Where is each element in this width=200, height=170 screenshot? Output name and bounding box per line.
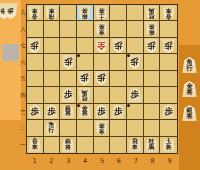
- piece-silver[interactable]: 銀 将: [145, 22, 158, 36]
- file-labels: 123456789: [26, 157, 178, 165]
- sq-f6-r5[interactable]: [110, 71, 127, 87]
- shogi-app: 歩歩 角 行金 将銀 将 九八七六五四三二一 香 車飛 車銀 将王 将桂 馬香 …: [0, 0, 200, 170]
- file-label: 4: [77, 157, 94, 165]
- file-label: 2: [43, 157, 60, 165]
- sq-f1-r8[interactable]: [27, 21, 44, 37]
- sq-f1-r3[interactable]: 歩: [27, 104, 44, 120]
- piece-kanji: 歩: [64, 90, 73, 99]
- piece-gold[interactable]: 金 将: [182, 81, 197, 97]
- piece-silver[interactable]: 銀 将: [78, 6, 91, 20]
- piece-kanji: 歩: [47, 107, 56, 116]
- sq-f7-r1[interactable]: 飛 車: [127, 137, 144, 153]
- sq-f8-r6[interactable]: [144, 54, 161, 70]
- piece-pawn[interactable]: 歩: [128, 55, 141, 69]
- file-label: 6: [110, 157, 127, 165]
- sq-f7-r4[interactable]: 歩: [127, 87, 144, 103]
- hoshi-dot: [77, 54, 80, 57]
- piece-pawn[interactable]: 歩: [112, 104, 125, 118]
- sq-f5-r7[interactable]: 全: [94, 38, 111, 54]
- sq-f1-r4[interactable]: [27, 87, 44, 103]
- sq-f6-r6[interactable]: [110, 54, 127, 70]
- piece-kanji: 歩: [97, 107, 106, 116]
- piece-kanji: 歩: [147, 41, 156, 50]
- sq-f4-r6[interactable]: [77, 54, 94, 70]
- piece-gold[interactable]: 金 将: [95, 121, 108, 135]
- piece-kanji: 歩: [31, 107, 40, 116]
- sq-f4-r2[interactable]: [77, 120, 94, 136]
- piece-kanji: 銀 将: [186, 107, 192, 119]
- sq-f6-r9[interactable]: [110, 5, 127, 21]
- piece-kanji: 銀 将: [82, 7, 88, 18]
- piece-kanji: 歩: [114, 41, 123, 50]
- file-label: 1: [26, 157, 43, 165]
- piece-pawn[interactable]: 歩: [78, 71, 91, 85]
- sq-f6-r7[interactable]: 歩: [110, 38, 127, 54]
- sq-f9-r9[interactable]: 香 車: [160, 5, 177, 21]
- sq-f9-r2[interactable]: [160, 120, 177, 136]
- piece-kanji: 金 将: [82, 106, 88, 117]
- sq-f7-r8[interactable]: [127, 21, 144, 37]
- piece-pawn[interactable]: 歩: [162, 104, 175, 118]
- file-label: 3: [60, 157, 77, 165]
- piece-kanji: 歩: [131, 90, 140, 99]
- sq-f2-r6[interactable]: [44, 54, 61, 70]
- sq-f8-r1[interactable]: 桂 馬: [144, 137, 161, 153]
- sq-f2-r9[interactable]: 飛 車: [44, 5, 61, 21]
- piece-king[interactable]: 王 将: [95, 6, 108, 20]
- sq-f8-r4[interactable]: [144, 87, 161, 103]
- piece-pawn[interactable]: 歩: [28, 39, 41, 53]
- sq-f3-r6[interactable]: 歩: [60, 54, 77, 70]
- sq-f7-r6[interactable]: 歩: [127, 54, 144, 70]
- piece-pawn[interactable]: 歩: [95, 104, 108, 118]
- sq-f8-r8[interactable]: 銀 将: [144, 21, 161, 37]
- sq-f5-r3[interactable]: 歩: [94, 104, 111, 120]
- sq-f6-r8[interactable]: [110, 21, 127, 37]
- piece-king[interactable]: 玉 将: [162, 138, 175, 152]
- hand-piece-pawn[interactable]: 歩: [3, 3, 18, 19]
- sq-f8-r7[interactable]: 歩: [144, 38, 161, 54]
- sq-f5-r5[interactable]: 歩: [94, 71, 111, 87]
- piece-bishop[interactable]: 角 行: [45, 121, 58, 135]
- sq-f2-r3[interactable]: 歩: [44, 104, 61, 120]
- piece-kanji: 歩: [164, 107, 173, 116]
- sq-f5-r2[interactable]: 金 将: [94, 120, 111, 136]
- sq-f4-r4[interactable]: 桂 馬: [77, 87, 94, 103]
- sq-f6-r3[interactable]: 歩: [110, 104, 127, 120]
- sq-f9-r1[interactable]: 玉 将: [160, 137, 177, 153]
- hand-piece-gold[interactable]: 金 将: [182, 81, 197, 97]
- sq-f5-r1[interactable]: [94, 137, 111, 153]
- sq-f3-r2[interactable]: [60, 120, 77, 136]
- piece-promoted-silver[interactable]: 全: [95, 39, 108, 53]
- piece-silver[interactable]: 銀 将: [62, 138, 75, 152]
- piece-kanji: 金 将: [186, 83, 192, 95]
- piece-pawn[interactable]: 歩: [45, 104, 58, 118]
- file-label: 7: [127, 157, 144, 165]
- sq-f4-r5[interactable]: 歩: [77, 71, 94, 87]
- sq-f7-r9[interactable]: [127, 5, 144, 21]
- piece-kanji: 歩: [114, 107, 123, 116]
- piece-kanji: 玉 将: [166, 139, 172, 150]
- sq-f8-r3[interactable]: [144, 104, 161, 120]
- piece-pawn[interactable]: 歩: [62, 88, 75, 102]
- sq-f6-r4[interactable]: [110, 87, 127, 103]
- sq-f9-r7[interactable]: 歩: [160, 38, 177, 54]
- piece-silver[interactable]: 銀 将: [62, 104, 75, 118]
- piece-pawn[interactable]: 歩: [112, 39, 125, 53]
- sq-f7-r2[interactable]: [127, 120, 144, 136]
- piece-kanji: 銀 将: [149, 24, 155, 35]
- sq-f2-r5[interactable]: [44, 71, 61, 87]
- sq-f3-r1[interactable]: 銀 将: [60, 137, 77, 153]
- piece-pawn[interactable]: 歩: [28, 104, 41, 118]
- sq-f3-r8[interactable]: [60, 21, 77, 37]
- sq-f2-r2[interactable]: 角 行: [44, 120, 61, 136]
- piece-lance[interactable]: 香 車: [162, 6, 175, 20]
- sq-f8-r5[interactable]: [144, 71, 161, 87]
- sq-f1-r2[interactable]: [27, 120, 44, 136]
- hoshi-dot: [127, 104, 130, 107]
- sq-f5-r6[interactable]: [94, 54, 111, 70]
- piece-knight[interactable]: 桂 馬: [78, 88, 91, 102]
- sq-f1-r7[interactable]: 歩: [27, 38, 44, 54]
- piece-kanji: 香 車: [166, 7, 172, 18]
- piece-kanji: 歩: [81, 74, 90, 83]
- bottom-player-hand-tray: 角 行金 将銀 将: [179, 45, 200, 170]
- sq-f5-r9[interactable]: 王 将: [94, 5, 111, 21]
- sq-f3-r9[interactable]: [60, 5, 77, 21]
- sq-f4-r1[interactable]: [77, 137, 94, 153]
- sq-f2-r7[interactable]: [44, 38, 61, 54]
- tray-placeholder: [2, 44, 19, 61]
- file-label: 8: [144, 157, 161, 165]
- sq-f1-r9[interactable]: 香 車: [27, 5, 44, 21]
- hand-piece-bishop[interactable]: 角 行: [182, 57, 197, 73]
- piece-kanji: 歩: [131, 58, 140, 67]
- piece-kanji: 香 車: [32, 139, 38, 150]
- sq-f9-r3[interactable]: 歩: [160, 104, 177, 120]
- file-label: 5: [94, 157, 111, 165]
- sq-f2-r8[interactable]: [44, 21, 61, 37]
- piece-pawn[interactable]: 歩: [145, 39, 158, 53]
- piece-kanji: 歩: [7, 8, 13, 14]
- piece-bishop[interactable]: 角 行: [182, 57, 197, 73]
- hoshi-dot: [77, 104, 80, 107]
- piece-kanji: 歩: [31, 41, 40, 50]
- piece-gold[interactable]: 金 将: [78, 104, 91, 118]
- sq-f6-r2[interactable]: [110, 120, 127, 136]
- sq-f3-r3[interactable]: 銀 将: [60, 104, 77, 120]
- sq-f1-r5[interactable]: [27, 71, 44, 87]
- piece-pawn[interactable]: 歩: [128, 88, 141, 102]
- piece-kanji: 銀 将: [65, 139, 71, 150]
- sq-f9-r6[interactable]: [160, 54, 177, 70]
- piece-kanji: 歩: [64, 58, 73, 67]
- piece-pawn[interactable]: 歩: [162, 39, 175, 53]
- sq-f1-r6[interactable]: [27, 54, 44, 70]
- sq-f6-r1[interactable]: [110, 137, 127, 153]
- sq-f1-r1[interactable]: 香 車: [27, 137, 44, 153]
- piece-kanji: 桂 馬: [82, 89, 88, 100]
- piece-kanji: 角 行: [186, 59, 192, 71]
- sq-f3-r7[interactable]: [60, 38, 77, 54]
- piece-lance[interactable]: 香 車: [28, 6, 41, 20]
- hand-piece-silver[interactable]: 銀 将: [182, 105, 197, 121]
- piece-kanji: 桂 馬: [149, 139, 155, 150]
- piece-kanji: 香 車: [32, 7, 38, 18]
- sq-f7-r5[interactable]: [127, 71, 144, 87]
- file-label: 9: [161, 157, 178, 165]
- piece-kanji: 金 将: [99, 24, 105, 35]
- hoshi-dot: [127, 54, 130, 57]
- sq-f9-r8[interactable]: [160, 21, 177, 37]
- piece-silver[interactable]: 銀 将: [182, 105, 197, 121]
- piece-rook[interactable]: 飛 車: [128, 138, 141, 152]
- piece-lance[interactable]: 香 車: [28, 138, 41, 152]
- sq-f3-r5[interactable]: [60, 71, 77, 87]
- piece-pawn[interactable]: 歩: [95, 71, 108, 85]
- sq-f4-r9[interactable]: 銀 将: [77, 5, 94, 21]
- piece-kanji: 全: [97, 41, 106, 50]
- sq-f5-r8[interactable]: 金 将: [94, 21, 111, 37]
- sq-f5-r4[interactable]: [94, 87, 111, 103]
- piece-knight[interactable]: 桂 馬: [145, 138, 158, 152]
- piece-rook[interactable]: 飛 車: [45, 6, 58, 20]
- piece-kanji: 金 将: [99, 122, 105, 133]
- sq-f7-r7[interactable]: [127, 38, 144, 54]
- piece-kanji: 桂 馬: [149, 7, 155, 18]
- sq-f9-r5[interactable]: [160, 71, 177, 87]
- sq-f8-r2[interactable]: [144, 120, 161, 136]
- sq-f8-r9[interactable]: 桂 馬: [144, 5, 161, 21]
- sq-f9-r4[interactable]: [160, 87, 177, 103]
- piece-pawn[interactable]: 歩: [3, 3, 18, 19]
- piece-gold[interactable]: 金 将: [95, 22, 108, 36]
- piece-knight[interactable]: 桂 馬: [145, 6, 158, 20]
- sq-f2-r4[interactable]: [44, 87, 61, 103]
- sq-f3-r4[interactable]: 歩: [60, 87, 77, 103]
- board-grid: 香 車飛 車銀 将王 将桂 馬香 車金 将銀 将歩全歩歩歩歩歩歩歩歩桂 馬歩歩歩…: [26, 4, 178, 154]
- sq-f2-r1[interactable]: [44, 137, 61, 153]
- piece-kanji: 飛 車: [132, 139, 138, 150]
- sq-f4-r7[interactable]: [77, 38, 94, 54]
- piece-kanji: 銀 将: [65, 106, 71, 117]
- piece-kanji: 歩: [164, 41, 173, 50]
- piece-kanji: 歩: [97, 74, 106, 83]
- piece-kanji: 飛 車: [49, 7, 55, 18]
- piece-pawn[interactable]: 歩: [62, 55, 75, 69]
- sq-f4-r8[interactable]: [77, 21, 94, 37]
- piece-kanji: 角 行: [49, 122, 55, 133]
- piece-kanji: 王 将: [99, 7, 105, 18]
